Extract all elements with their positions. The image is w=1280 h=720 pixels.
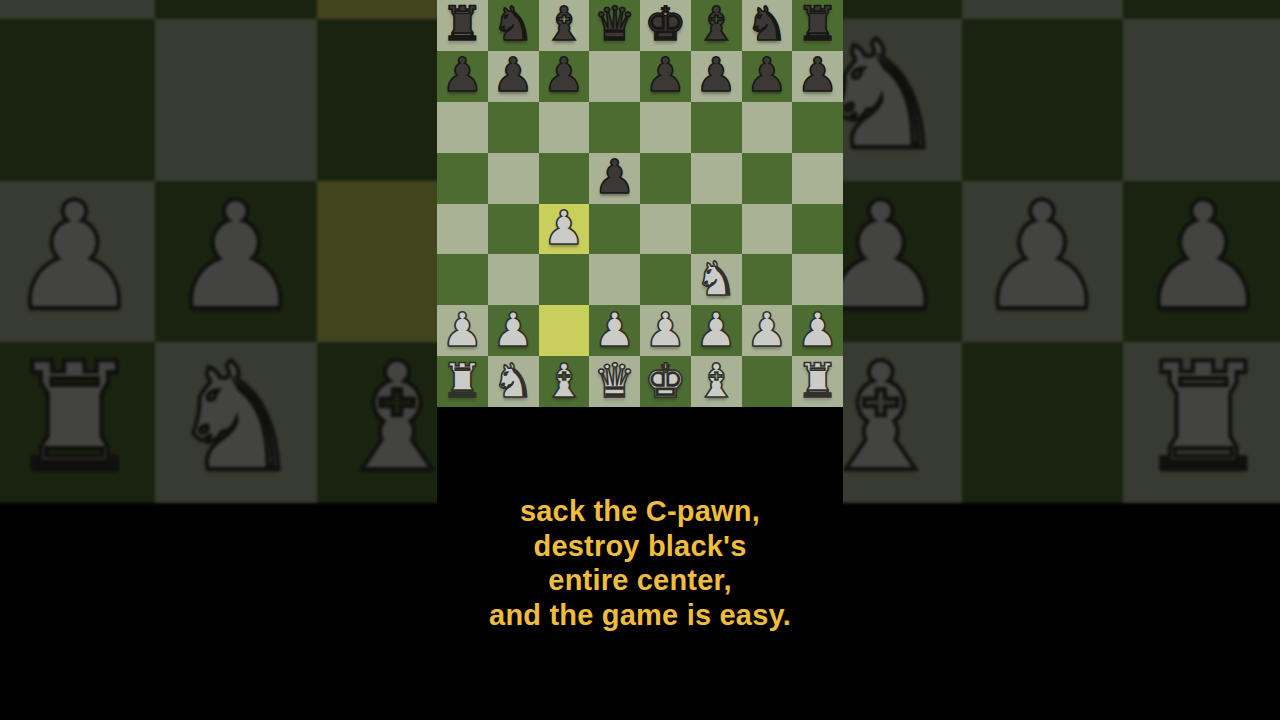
square-d4[interactable] <box>589 204 640 255</box>
square-g6[interactable] <box>742 102 793 153</box>
square-b1[interactable]: ♞ <box>488 356 539 407</box>
square-g3[interactable] <box>742 254 793 305</box>
square-a6[interactable] <box>437 102 488 153</box>
square-a5[interactable] <box>437 153 488 204</box>
caption-line-2: destroy black's <box>407 529 873 564</box>
white-pawn-h2: ♟ <box>797 306 839 353</box>
black-pawn-b7: ♟ <box>492 51 534 98</box>
caption-line-1: sack the C-pawn, <box>407 494 873 529</box>
caption-line-3: entire center, <box>407 563 873 598</box>
square-f5[interactable] <box>691 153 742 204</box>
square-f3[interactable]: ♞ <box>691 254 742 305</box>
square-e5[interactable] <box>640 153 691 204</box>
square-b4[interactable] <box>488 204 539 255</box>
square-h8[interactable]: ♜ <box>792 0 843 51</box>
square-f2[interactable]: ♟ <box>691 305 742 356</box>
black-pawn-d5: ♟ <box>594 153 636 200</box>
square-h7[interactable]: ♟ <box>792 51 843 102</box>
white-pawn-g2: ♟ <box>746 306 788 353</box>
square-b7[interactable]: ♟ <box>488 51 539 102</box>
black-king-e8: ♚ <box>644 0 686 47</box>
white-pawn-d2: ♟ <box>594 306 636 353</box>
white-bishop-f1: ♝ <box>695 357 737 404</box>
square-h4[interactable] <box>792 204 843 255</box>
square-f4[interactable] <box>691 204 742 255</box>
chess-board: ♜♞♝♛♚♝♞♜♟♟♟♟♟♟♟♟♟♞♟♟♟♟♟♟♟♜♞♝♛♚♝♜ <box>437 0 843 407</box>
black-bishop-c8: ♝ <box>543 0 585 47</box>
square-d2[interactable]: ♟ <box>589 305 640 356</box>
square-g4[interactable] <box>742 204 793 255</box>
square-f8[interactable]: ♝ <box>691 0 742 51</box>
square-b2[interactable]: ♟ <box>488 305 539 356</box>
video-frame: ♜♞♝♛♚♝♞♜♟♟♟♟♟♟♟♟♟♞♟♟♟♟♟♟♟♜♞♝♛♚♝♜ ♜♞♝♛♚♝♞… <box>0 0 1280 720</box>
square-h2[interactable]: ♟ <box>792 305 843 356</box>
white-rook-a1: ♜ <box>441 357 483 404</box>
square-b6[interactable] <box>488 102 539 153</box>
square-a4[interactable] <box>437 204 488 255</box>
square-d5[interactable]: ♟ <box>589 153 640 204</box>
square-c2[interactable] <box>539 305 590 356</box>
square-a2[interactable]: ♟ <box>437 305 488 356</box>
black-pawn-c7: ♟ <box>543 51 585 98</box>
square-d8[interactable]: ♛ <box>589 0 640 51</box>
square-e8[interactable]: ♚ <box>640 0 691 51</box>
black-pawn-g7: ♟ <box>746 51 788 98</box>
white-queen-d1: ♛ <box>594 357 636 404</box>
square-h5[interactable] <box>792 153 843 204</box>
square-a8[interactable]: ♜ <box>437 0 488 51</box>
white-pawn-a2: ♟ <box>441 306 483 353</box>
square-a3[interactable] <box>437 254 488 305</box>
square-c4[interactable]: ♟ <box>539 204 590 255</box>
square-e7[interactable]: ♟ <box>640 51 691 102</box>
white-pawn-b2: ♟ <box>492 306 534 353</box>
white-pawn-c4: ♟ <box>543 204 585 251</box>
white-knight-b1: ♞ <box>492 357 534 404</box>
white-knight-f3: ♞ <box>695 255 737 302</box>
square-c1[interactable]: ♝ <box>539 356 590 407</box>
square-a7[interactable]: ♟ <box>437 51 488 102</box>
black-pawn-a7: ♟ <box>441 51 483 98</box>
black-knight-b8: ♞ <box>492 0 534 47</box>
square-g8[interactable]: ♞ <box>742 0 793 51</box>
square-f6[interactable] <box>691 102 742 153</box>
black-bishop-f8: ♝ <box>695 0 737 47</box>
square-c7[interactable]: ♟ <box>539 51 590 102</box>
square-h1[interactable]: ♜ <box>792 356 843 407</box>
square-h6[interactable] <box>792 102 843 153</box>
square-b3[interactable] <box>488 254 539 305</box>
white-pawn-e2: ♟ <box>644 306 686 353</box>
black-pawn-f7: ♟ <box>695 51 737 98</box>
square-e3[interactable] <box>640 254 691 305</box>
black-pawn-e7: ♟ <box>644 51 686 98</box>
square-e1[interactable]: ♚ <box>640 356 691 407</box>
black-rook-a8: ♜ <box>441 0 483 47</box>
white-king-e1: ♚ <box>644 357 686 404</box>
square-c6[interactable] <box>539 102 590 153</box>
square-a1[interactable]: ♜ <box>437 356 488 407</box>
white-bishop-c1: ♝ <box>543 357 585 404</box>
square-c3[interactable] <box>539 254 590 305</box>
square-c5[interactable] <box>539 153 590 204</box>
square-d3[interactable] <box>589 254 640 305</box>
square-e6[interactable] <box>640 102 691 153</box>
video-column: ♜♞♝♛♚♝♞♜♟♟♟♟♟♟♟♟♟♞♟♟♟♟♟♟♟♜♞♝♛♚♝♜ sack th… <box>437 0 843 720</box>
black-rook-h8: ♜ <box>797 0 839 47</box>
square-b8[interactable]: ♞ <box>488 0 539 51</box>
square-b5[interactable] <box>488 153 539 204</box>
caption: sack the C-pawn, destroy black's entire … <box>407 494 873 632</box>
white-pawn-f2: ♟ <box>695 306 737 353</box>
square-e2[interactable]: ♟ <box>640 305 691 356</box>
square-d1[interactable]: ♛ <box>589 356 640 407</box>
square-d6[interactable] <box>589 102 640 153</box>
square-f1[interactable]: ♝ <box>691 356 742 407</box>
square-f7[interactable]: ♟ <box>691 51 742 102</box>
white-rook-h1: ♜ <box>797 357 839 404</box>
black-pawn-h7: ♟ <box>797 51 839 98</box>
black-queen-d8: ♛ <box>594 0 636 47</box>
square-g1[interactable] <box>742 356 793 407</box>
square-d7[interactable] <box>589 51 640 102</box>
square-g2[interactable]: ♟ <box>742 305 793 356</box>
square-g5[interactable] <box>742 153 793 204</box>
black-knight-g8: ♞ <box>746 0 788 47</box>
square-g7[interactable]: ♟ <box>742 51 793 102</box>
square-e4[interactable] <box>640 204 691 255</box>
caption-line-4: and the game is easy. <box>407 598 873 633</box>
square-c8[interactable]: ♝ <box>539 0 590 51</box>
square-h3[interactable] <box>792 254 843 305</box>
